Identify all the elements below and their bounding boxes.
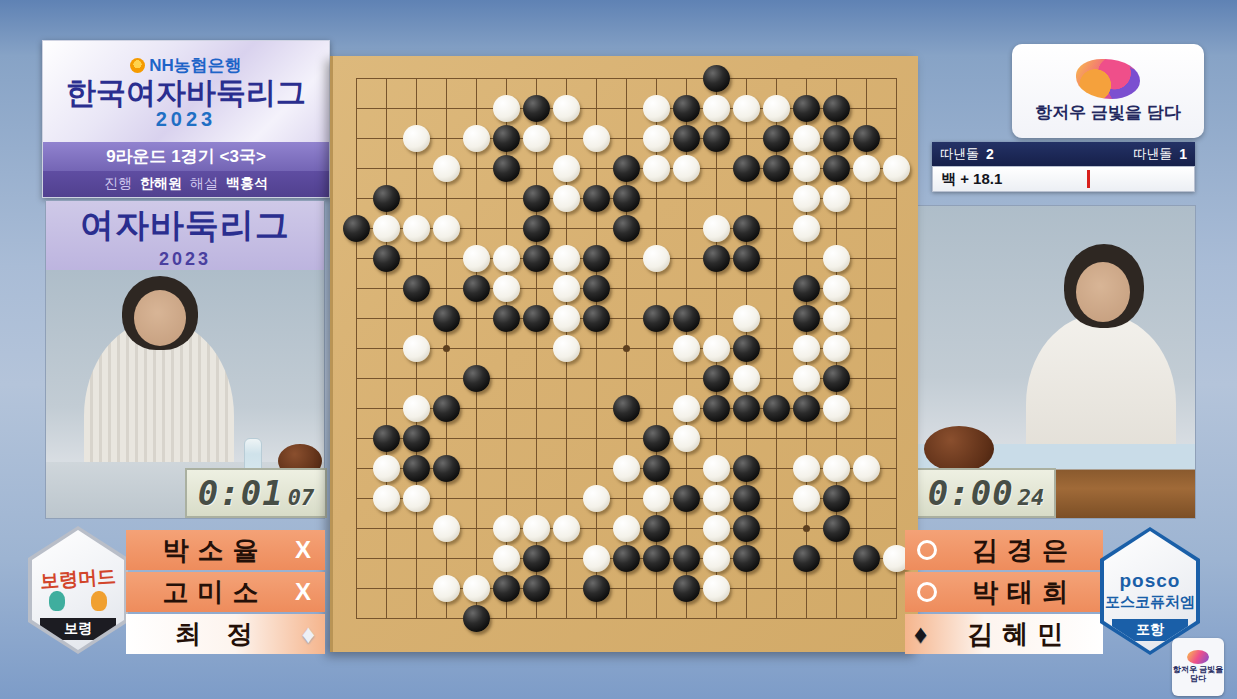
- player-name: 박소율: [126, 533, 295, 568]
- black-stone: [763, 125, 790, 152]
- black-stone: [403, 275, 430, 302]
- white-stone: [643, 245, 670, 272]
- go-board-grid: [356, 78, 897, 619]
- black-stone: [343, 215, 370, 242]
- hangzhou-slogan: 항저우 금빛을 담다: [1035, 101, 1180, 124]
- roster-row: 고미소 X: [126, 572, 325, 612]
- white-stone: [823, 275, 850, 302]
- white-stone: [853, 455, 880, 482]
- black-stone: [643, 545, 670, 572]
- watermark-logo-icon: [1187, 650, 1209, 664]
- hoshi-point: [803, 525, 810, 532]
- white-stone: [733, 95, 760, 122]
- white-stone: [643, 155, 670, 182]
- black-stone: [583, 245, 610, 272]
- black-stone: [583, 275, 610, 302]
- broadcast-screen: NH농협은행 한국여자바둑리그 2023 9라운드 1경기 <3국> 진행 한해…: [0, 0, 1237, 699]
- white-stone: [493, 245, 520, 272]
- roster-row-active: ♦ 김혜민: [905, 614, 1103, 654]
- black-stone: [433, 395, 460, 422]
- white-stone: [493, 515, 520, 542]
- white-stone: [613, 455, 640, 482]
- white-stone: [553, 275, 580, 302]
- team-city-left: 보령: [40, 618, 116, 640]
- black-stone: [493, 305, 520, 332]
- black-stone: [613, 215, 640, 242]
- player-name: 김혜민: [927, 617, 1103, 652]
- white-stone: [643, 95, 670, 122]
- player-right-body: [1026, 314, 1176, 464]
- white-stone: [703, 515, 730, 542]
- white-stone: [823, 185, 850, 212]
- white-stone: [673, 335, 700, 362]
- black-stone: [733, 215, 760, 242]
- lead-estimate-text: 백 + 18.1: [941, 170, 1002, 189]
- captures-bar: 따낸돌 2 따낸돌 1: [932, 142, 1195, 166]
- black-stone: [643, 455, 670, 482]
- watermark-text: 항저우 금빛을 담다: [1172, 666, 1224, 684]
- white-stone: [703, 455, 730, 482]
- mascot-orange-icon: [91, 591, 107, 611]
- roster-right: 김경은 박태희 ♦ 김혜민: [905, 530, 1103, 654]
- black-stone: [523, 575, 550, 602]
- black-stone: [823, 365, 850, 392]
- black-stone: [823, 125, 850, 152]
- mascot-teal-icon: [49, 591, 65, 611]
- black-stone: [793, 275, 820, 302]
- tournament-year: 2023: [156, 109, 217, 129]
- black-stone: [523, 305, 550, 332]
- white-stone: [793, 125, 820, 152]
- black-stone: [823, 95, 850, 122]
- black-stone: [523, 215, 550, 242]
- black-stone: [403, 425, 430, 452]
- roster-left: 박소율 X 고미소 X 최 정 ♦: [126, 530, 325, 654]
- captures-label-white: 따낸돌: [1133, 145, 1172, 163]
- tournament-banner-top: NH농협은행 한국여자바둑리그 2023: [43, 41, 329, 142]
- white-stone: [703, 95, 730, 122]
- black-stone: [643, 515, 670, 542]
- black-stone: [373, 425, 400, 452]
- team-logo-left-inner: 보령머드 보령: [32, 530, 124, 650]
- black-stone: [823, 515, 850, 542]
- white-stone: [493, 275, 520, 302]
- captures-black-group: 따낸돌 2: [940, 145, 994, 163]
- white-stone: [403, 335, 430, 362]
- hangzhou-banner: 항저우 금빛을 담다: [1012, 44, 1204, 138]
- black-stone: [733, 485, 760, 512]
- captures-black-count: 2: [986, 146, 994, 162]
- mc-name: 한해원: [140, 175, 182, 193]
- white-stone: [733, 365, 760, 392]
- white-stone: [793, 335, 820, 362]
- nh-logo-icon: [130, 58, 145, 73]
- black-stone: [673, 545, 700, 572]
- roster-row-active: 최 정 ♦: [126, 614, 325, 654]
- mc-label: 진행: [104, 175, 132, 193]
- black-stone: [853, 125, 880, 152]
- roster-row: 박소율 X: [126, 530, 325, 570]
- white-stone: [553, 155, 580, 182]
- white-stone: [553, 335, 580, 362]
- game-clock-right: 0:00 24: [916, 468, 1056, 518]
- white-stone: [553, 245, 580, 272]
- white-stone: [703, 485, 730, 512]
- tournament-title: 한국여자바둑리그: [66, 78, 306, 108]
- white-stone: [493, 545, 520, 572]
- black-stone: [673, 485, 700, 512]
- black-stone: [823, 485, 850, 512]
- clock-right-main: 0:00: [928, 470, 1014, 516]
- black-stone: [733, 455, 760, 482]
- white-stone: [823, 335, 850, 362]
- black-stone: [823, 155, 850, 182]
- captures-white-count: 1: [1179, 146, 1187, 162]
- white-stone: [793, 485, 820, 512]
- win-circle-icon: [917, 582, 937, 602]
- white-stone: [613, 515, 640, 542]
- black-stone: [613, 545, 640, 572]
- win-circle-icon: [917, 540, 937, 560]
- black-stone: [433, 455, 460, 482]
- black-stone: [523, 545, 550, 572]
- roster-row: 박태희: [905, 572, 1103, 612]
- white-stone: [793, 365, 820, 392]
- white-stone: [583, 545, 610, 572]
- loss-x-icon: X: [295, 578, 311, 606]
- black-stone: [523, 95, 550, 122]
- roster-row: 김경은: [905, 530, 1103, 570]
- score-module: 따낸돌 2 따낸돌 1 백 + 18.1: [932, 142, 1195, 192]
- black-stone: [703, 125, 730, 152]
- black-stone: [763, 395, 790, 422]
- white-stone: [823, 305, 850, 332]
- team-name-left: 보령머드: [39, 566, 116, 591]
- white-stone-diamond-icon: ♦: [302, 621, 315, 647]
- black-stone-diamond-icon: ♦: [914, 621, 927, 647]
- black-stone: [373, 245, 400, 272]
- black-stone: [583, 185, 610, 212]
- white-stone: [553, 185, 580, 212]
- player-name: 김경은: [937, 533, 1103, 568]
- black-stone: [703, 65, 730, 92]
- black-stone: [733, 395, 760, 422]
- white-stone: [583, 485, 610, 512]
- sponsor-line: NH농협은행: [130, 54, 242, 77]
- white-stone: [403, 395, 430, 422]
- white-stone: [823, 395, 850, 422]
- sponsor-name: NH농협은행: [149, 54, 242, 77]
- white-stone: [733, 305, 760, 332]
- black-stone: [523, 245, 550, 272]
- black-stone: [403, 455, 430, 482]
- go-bowl-right: [924, 426, 994, 472]
- clock-left-sub: 07: [288, 485, 315, 510]
- white-stone: [643, 125, 670, 152]
- hangzhou-logo-icon: [1076, 59, 1140, 99]
- black-stone: [613, 155, 640, 182]
- black-stone: [763, 155, 790, 182]
- clock-right-sub: 24: [1018, 485, 1045, 510]
- black-stone: [733, 335, 760, 362]
- round-label: 9라운드 1경기 <3국>: [43, 142, 329, 171]
- corner-watermark: 항저우 금빛을 담다: [1172, 638, 1224, 696]
- black-stone: [793, 545, 820, 572]
- black-stone: [493, 155, 520, 182]
- white-stone: [793, 155, 820, 182]
- black-stone: [583, 305, 610, 332]
- white-stone: [523, 125, 550, 152]
- black-stone: [463, 275, 490, 302]
- black-stone: [613, 395, 640, 422]
- white-stone: [403, 125, 430, 152]
- white-stone: [703, 215, 730, 242]
- white-stone: [433, 515, 460, 542]
- team-logo-right-inner: posco 포스코퓨처엠 포항: [1104, 531, 1196, 651]
- white-stone: [643, 485, 670, 512]
- white-stone: [883, 155, 910, 182]
- team-logo-right: posco 포스코퓨처엠 포항: [1100, 527, 1200, 655]
- white-stone: [793, 215, 820, 242]
- black-stone: [673, 575, 700, 602]
- black-stone: [433, 305, 460, 332]
- black-stone: [613, 185, 640, 212]
- white-stone: [403, 485, 430, 512]
- black-stone: [703, 245, 730, 272]
- white-stone: [373, 485, 400, 512]
- black-stone: [583, 575, 610, 602]
- black-stone: [733, 155, 760, 182]
- staff-line: 진행 한해원 해설 백홍석: [43, 171, 329, 197]
- black-stone: [703, 395, 730, 422]
- black-stone: [463, 365, 490, 392]
- white-stone: [373, 215, 400, 242]
- black-stone: [673, 95, 700, 122]
- player-name: 고미소: [126, 575, 295, 610]
- lead-marker: [1087, 170, 1090, 188]
- black-stone: [493, 125, 520, 152]
- black-stone: [523, 185, 550, 212]
- white-stone: [463, 245, 490, 272]
- loss-x-icon: X: [295, 536, 311, 564]
- clock-left-main: 0:01: [198, 470, 284, 516]
- black-stone: [703, 365, 730, 392]
- white-stone: [673, 155, 700, 182]
- white-stone: [433, 575, 460, 602]
- white-stone: [673, 395, 700, 422]
- white-stone: [853, 155, 880, 182]
- white-stone: [793, 455, 820, 482]
- commentary-label: 해설: [190, 175, 218, 193]
- black-stone: [853, 545, 880, 572]
- white-stone: [823, 455, 850, 482]
- commentary-name: 백홍석: [226, 175, 268, 193]
- black-stone: [373, 185, 400, 212]
- black-stone: [733, 515, 760, 542]
- hoshi-point: [443, 345, 450, 352]
- white-stone: [763, 95, 790, 122]
- black-stone: [793, 95, 820, 122]
- black-stone: [793, 305, 820, 332]
- black-stone: [643, 305, 670, 332]
- black-stone: [643, 425, 670, 452]
- white-stone: [403, 215, 430, 242]
- white-stone: [673, 425, 700, 452]
- black-stone: [733, 545, 760, 572]
- captures-white-group: 따낸돌 1: [1133, 145, 1187, 163]
- white-stone: [493, 95, 520, 122]
- hoshi-point: [623, 345, 630, 352]
- black-stone: [793, 395, 820, 422]
- white-stone: [703, 335, 730, 362]
- black-stone: [673, 305, 700, 332]
- white-stone: [463, 125, 490, 152]
- team-left-mascots: [49, 591, 107, 611]
- tournament-banner: NH농협은행 한국여자바둑리그 2023 9라운드 1경기 <3국> 진행 한해…: [42, 40, 330, 198]
- team-name-right-kor: 포스코퓨처엠: [1105, 593, 1195, 612]
- white-stone: [433, 215, 460, 242]
- white-stone: [703, 545, 730, 572]
- black-stone: [733, 245, 760, 272]
- white-stone: [373, 455, 400, 482]
- white-stone: [793, 185, 820, 212]
- lead-estimate-bar: 백 + 18.1: [932, 166, 1195, 192]
- white-stone: [553, 515, 580, 542]
- team-logo-left: 보령머드 보령: [28, 526, 128, 654]
- black-stone: [493, 575, 520, 602]
- white-stone: [583, 125, 610, 152]
- player-name: 박태희: [937, 575, 1103, 610]
- player-left-face: [134, 290, 186, 346]
- white-stone: [523, 515, 550, 542]
- white-stone: [463, 575, 490, 602]
- player-right-face: [1076, 262, 1130, 322]
- white-stone: [703, 575, 730, 602]
- game-clock-left: 0:01 07: [185, 468, 327, 518]
- captures-label-black: 따낸돌: [940, 145, 979, 163]
- white-stone: [553, 95, 580, 122]
- black-stone: [673, 125, 700, 152]
- backdrop-year: 2023: [159, 249, 211, 270]
- player-name: 최 정: [126, 617, 302, 652]
- white-stone: [823, 245, 850, 272]
- go-board: [330, 56, 918, 652]
- white-stone: [553, 305, 580, 332]
- team-name-right-en: posco: [1120, 571, 1181, 590]
- white-stone: [433, 155, 460, 182]
- black-stone: [463, 605, 490, 632]
- backdrop-title: 여자바둑리그: [80, 203, 290, 249]
